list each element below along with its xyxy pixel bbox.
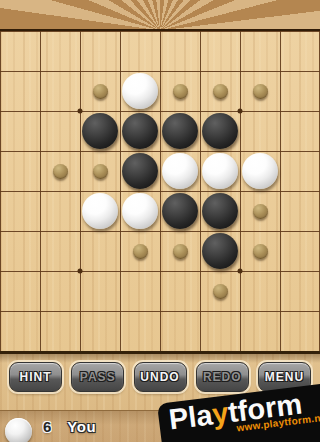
legal-move-hint-dot[interactable] <box>133 244 148 259</box>
board-cell-g7[interactable] <box>240 271 280 311</box>
black-disc <box>122 113 158 149</box>
board-cell-g2[interactable] <box>240 71 280 111</box>
board-cell-d8[interactable] <box>120 311 160 351</box>
board-cell-e5[interactable] <box>160 191 200 231</box>
board-cell-h2[interactable] <box>280 71 320 111</box>
board-cell-d1[interactable] <box>120 31 160 71</box>
board-cell-d7[interactable] <box>120 271 160 311</box>
black-disc <box>202 113 238 149</box>
hint-button[interactable]: HINT <box>9 362 62 392</box>
board-cell-b3[interactable] <box>40 111 80 151</box>
legal-move-hint-dot[interactable] <box>213 84 228 99</box>
board-cell-d5[interactable] <box>120 191 160 231</box>
board-cell-c1[interactable] <box>80 31 120 71</box>
white-disc <box>162 153 198 189</box>
legal-move-hint-dot[interactable] <box>173 244 188 259</box>
black-disc <box>202 193 238 229</box>
board-cell-a6[interactable] <box>0 231 40 271</box>
board-cell-g5[interactable] <box>240 191 280 231</box>
board-cell-c8[interactable] <box>80 311 120 351</box>
board-cell-g4[interactable] <box>240 151 280 191</box>
board-cell-h5[interactable] <box>280 191 320 231</box>
board-cell-f4[interactable] <box>200 151 240 191</box>
board-cell-d6[interactable] <box>120 231 160 271</box>
board-cell-f6[interactable] <box>200 231 240 271</box>
board-cell-g1[interactable] <box>240 31 280 71</box>
board-cell-f3[interactable] <box>200 111 240 151</box>
board-cell-a1[interactable] <box>0 31 40 71</box>
white-disc <box>122 193 158 229</box>
board-cell-e2[interactable] <box>160 71 200 111</box>
board-cell-b4[interactable] <box>40 151 80 191</box>
black-disc <box>162 193 198 229</box>
board-cell-e7[interactable] <box>160 271 200 311</box>
black-disc <box>82 113 118 149</box>
board-cell-c5[interactable] <box>80 191 120 231</box>
legal-move-hint-dot[interactable] <box>93 164 108 179</box>
undo-button[interactable]: UNDO <box>134 362 187 392</box>
board-cell-h3[interactable] <box>280 111 320 151</box>
board-cell-f8[interactable] <box>200 311 240 351</box>
board-cell-e8[interactable] <box>160 311 200 351</box>
othello-board <box>0 29 320 354</box>
white-disc <box>82 193 118 229</box>
board-cell-h1[interactable] <box>280 31 320 71</box>
board-cell-c4[interactable] <box>80 151 120 191</box>
board-cell-g3[interactable] <box>240 111 280 151</box>
black-disc <box>202 233 238 269</box>
board-cell-g8[interactable] <box>240 311 280 351</box>
board-cell-a2[interactable] <box>0 71 40 111</box>
othello-game-screen: HINT PASS UNDO REDO MENU 6 You Playtform… <box>0 0 320 442</box>
board-cell-c7[interactable] <box>80 271 120 311</box>
legal-move-hint-dot[interactable] <box>253 84 268 99</box>
board-cell-a3[interactable] <box>0 111 40 151</box>
legal-move-hint-dot[interactable] <box>93 84 108 99</box>
white-disc <box>242 153 278 189</box>
board-cell-b2[interactable] <box>40 71 80 111</box>
board-cell-b7[interactable] <box>40 271 80 311</box>
board-cell-c3[interactable] <box>80 111 120 151</box>
black-disc <box>122 153 158 189</box>
player-label: You <box>67 418 96 435</box>
board-cell-h7[interactable] <box>280 271 320 311</box>
legal-move-hint-dot[interactable] <box>173 84 188 99</box>
legal-move-hint-dot[interactable] <box>213 284 228 299</box>
board-cell-f5[interactable] <box>200 191 240 231</box>
board-cell-a4[interactable] <box>0 151 40 191</box>
black-disc <box>162 113 198 149</box>
board-cell-e6[interactable] <box>160 231 200 271</box>
board-cell-e4[interactable] <box>160 151 200 191</box>
board-cell-c6[interactable] <box>80 231 120 271</box>
board-cell-f1[interactable] <box>200 31 240 71</box>
board-cell-d2[interactable] <box>120 71 160 111</box>
board-cell-d4[interactable] <box>120 151 160 191</box>
board-cell-g6[interactable] <box>240 231 280 271</box>
board-cell-f7[interactable] <box>200 271 240 311</box>
board-cell-a8[interactable] <box>0 311 40 351</box>
white-disc <box>202 153 238 189</box>
board-cell-h6[interactable] <box>280 231 320 271</box>
legal-move-hint-dot[interactable] <box>53 164 68 179</box>
board-cell-d3[interactable] <box>120 111 160 151</box>
board-cell-b1[interactable] <box>40 31 80 71</box>
legal-move-hint-dot[interactable] <box>253 244 268 259</box>
board-cell-b6[interactable] <box>40 231 80 271</box>
board-cell-a7[interactable] <box>0 271 40 311</box>
pass-button[interactable]: PASS <box>71 362 124 392</box>
board-cell-a5[interactable] <box>0 191 40 231</box>
white-disc-icon <box>5 418 32 442</box>
legal-move-hint-dot[interactable] <box>253 204 268 219</box>
board-cell-b5[interactable] <box>40 191 80 231</box>
board-cell-h8[interactable] <box>280 311 320 351</box>
white-disc <box>122 73 158 109</box>
white-score: 6 <box>43 418 51 435</box>
redo-button[interactable]: REDO <box>196 362 249 392</box>
board-cell-e3[interactable] <box>160 111 200 151</box>
board-cell-e1[interactable] <box>160 31 200 71</box>
board-cell-c2[interactable] <box>80 71 120 111</box>
board-cell-b8[interactable] <box>40 311 80 351</box>
board-cell-h4[interactable] <box>280 151 320 191</box>
board-cell-f2[interactable] <box>200 71 240 111</box>
sunburst-banner <box>0 0 320 29</box>
